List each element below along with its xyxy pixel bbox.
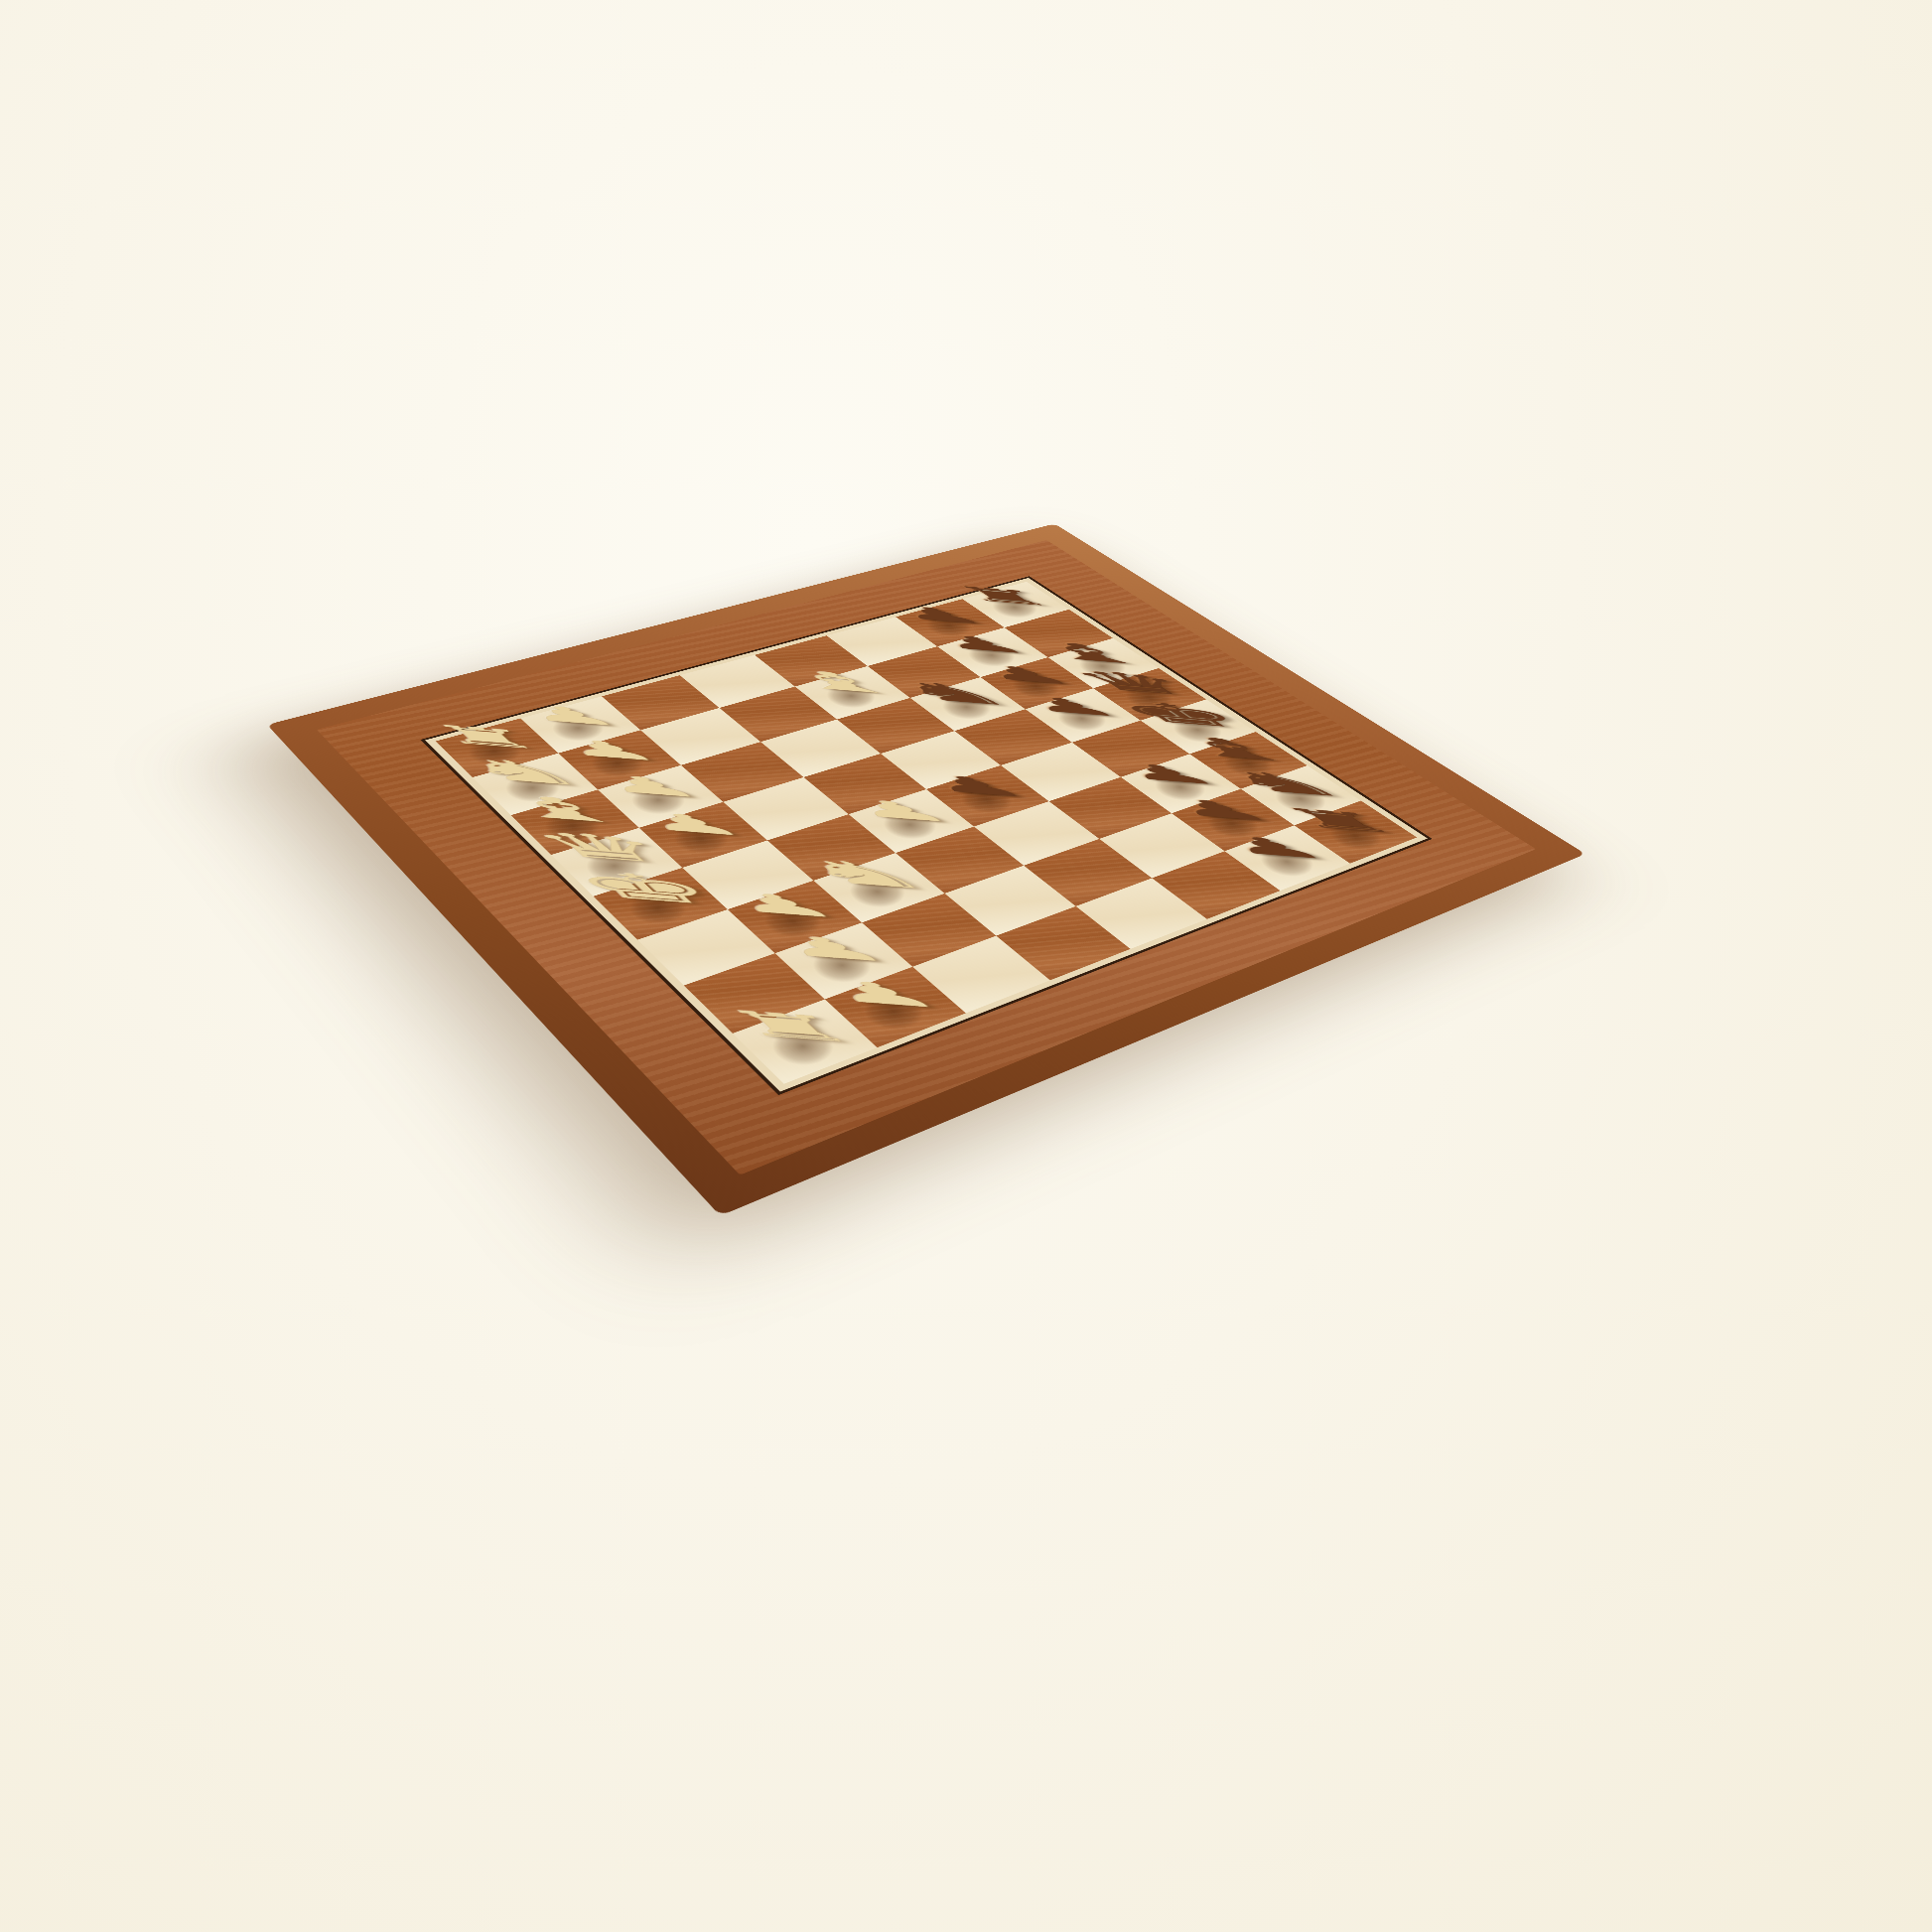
piece-white-pawn[interactable]: ♟ — [534, 635, 626, 730]
board-pinstripe: ♜♝♛♚♝♞♜♟♟♟♟♟♟♟♞♝♟♟♞♟♟♟♟♟♟♟♜♞♝♛♚♜ — [420, 576, 1432, 1095]
piece-black-rook[interactable]: ♜ — [971, 517, 1061, 610]
product-photo-stage: ♜♝♛♚♝♞♜♟♟♟♟♟♟♟♞♝♟♟♞♟♟♟♟♟♟♟♜♞♝♛♚♜ — [0, 0, 1932, 1932]
board-frame-bevel: ♜♝♛♚♝♞♜♟♟♟♟♟♟♟♞♝♟♟♞♟♟♟♟♟♟♟♜♞♝♛♚♜ — [267, 524, 1586, 1216]
chessboard: ♜♝♛♚♝♞♜♟♟♟♟♟♟♟♞♝♟♟♞♟♟♟♟♟♟♟♜♞♝♛♚♜ — [267, 524, 1586, 1216]
board-scene: ♜♝♛♚♝♞♜♟♟♟♟♟♟♟♞♝♟♟♞♟♟♟♟♟♟♟♜♞♝♛♚♜ — [0, 0, 1932, 1932]
board-frame: ♜♝♛♚♝♞♜♟♟♟♟♟♟♟♞♝♟♟♞♟♟♟♟♟♟♟♜♞♝♛♚♜ — [317, 540, 1536, 1175]
board-grid: ♜♝♛♚♝♞♜♟♟♟♟♟♟♟♞♝♟♟♞♟♟♟♟♟♟♟♜♞♝♛♚♜ — [436, 582, 1417, 1084]
